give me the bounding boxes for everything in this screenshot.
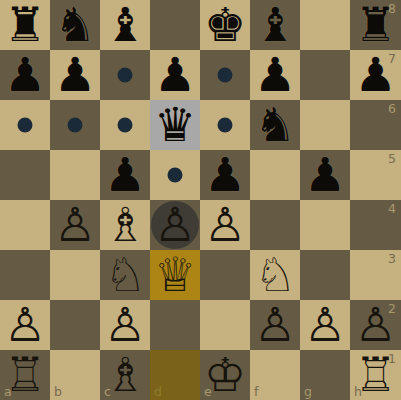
piece-white-pawn[interactable]: ♙ xyxy=(54,200,96,250)
piece-white-queen[interactable]: ♕ xyxy=(154,250,196,300)
rank-label-8: 8 xyxy=(388,3,396,16)
square-a5[interactable] xyxy=(0,150,50,200)
move-hint-dot[interactable] xyxy=(68,118,83,133)
square-h7[interactable]: ♟7 xyxy=(350,50,401,100)
piece-black-queen[interactable]: ♛ xyxy=(154,100,196,150)
piece-white-knight[interactable]: ♘ xyxy=(254,250,296,300)
move-hint-dot[interactable] xyxy=(18,118,33,133)
square-f4[interactable] xyxy=(250,200,300,250)
piece-black-knight[interactable]: ♞ xyxy=(54,0,96,50)
square-d7[interactable]: ♟ xyxy=(150,50,200,100)
square-a8[interactable]: ♜ xyxy=(0,0,50,50)
square-g4[interactable] xyxy=(300,200,350,250)
square-h4[interactable]: 4 xyxy=(350,200,401,250)
square-g7[interactable] xyxy=(300,50,350,100)
file-label-h: h xyxy=(354,386,362,399)
square-c3[interactable]: ♘ xyxy=(100,250,150,300)
rank-label-4: 4 xyxy=(388,203,396,216)
square-d3[interactable]: ♕ xyxy=(150,250,200,300)
square-g8[interactable] xyxy=(300,0,350,50)
square-e2[interactable] xyxy=(200,300,250,350)
piece-black-pawn[interactable]: ♟ xyxy=(54,50,96,100)
square-a7[interactable]: ♟ xyxy=(0,50,50,100)
square-f3[interactable]: ♘ xyxy=(250,250,300,300)
square-e4[interactable]: ♙ xyxy=(200,200,250,250)
square-h1[interactable]: ♖1h xyxy=(350,350,401,400)
square-c7[interactable] xyxy=(100,50,150,100)
file-label-g: g xyxy=(304,386,312,399)
square-a3[interactable] xyxy=(0,250,50,300)
square-b2[interactable] xyxy=(50,300,100,350)
move-hint-dot[interactable] xyxy=(168,168,183,183)
square-c8[interactable]: ♝ xyxy=(100,0,150,50)
piece-white-pawn[interactable]: ♙ xyxy=(154,200,196,250)
square-h5[interactable]: 5 xyxy=(350,150,401,200)
rank-label-2: 2 xyxy=(388,303,396,316)
file-label-d: d xyxy=(154,386,162,399)
piece-black-pawn[interactable]: ♟ xyxy=(304,150,346,200)
square-b6[interactable] xyxy=(50,100,100,150)
square-b7[interactable]: ♟ xyxy=(50,50,100,100)
square-c5[interactable]: ♟ xyxy=(100,150,150,200)
square-f7[interactable]: ♟ xyxy=(250,50,300,100)
file-label-a: a xyxy=(4,386,12,399)
file-label-c: c xyxy=(104,386,111,399)
square-f2[interactable]: ♙ xyxy=(250,300,300,350)
piece-white-pawn[interactable]: ♙ xyxy=(4,300,46,350)
chess-board: ♜♞♝♚♝♜8♟♟♟♟♟7♛♞6♟♟♟5♙♗♙♙4♘♕♘3♙♙♙♙♙2♖ab♗c… xyxy=(0,0,401,400)
square-e6[interactable] xyxy=(200,100,250,150)
file-label-f: f xyxy=(254,386,258,399)
square-h8[interactable]: ♜8 xyxy=(350,0,401,50)
square-h6[interactable]: 6 xyxy=(350,100,401,150)
file-label-b: b xyxy=(54,386,62,399)
square-g3[interactable] xyxy=(300,250,350,300)
square-d4[interactable]: ♙ xyxy=(150,200,200,250)
square-c1[interactable]: ♗c xyxy=(100,350,150,400)
square-e3[interactable] xyxy=(200,250,250,300)
square-h2[interactable]: ♙2 xyxy=(350,300,401,350)
square-b4[interactable]: ♙ xyxy=(50,200,100,250)
piece-black-bishop[interactable]: ♝ xyxy=(104,0,146,50)
piece-black-king[interactable]: ♚ xyxy=(204,0,246,50)
rank-label-6: 6 xyxy=(388,103,396,116)
file-label-e: e xyxy=(204,386,212,399)
piece-black-pawn[interactable]: ♟ xyxy=(204,150,246,200)
square-a4[interactable] xyxy=(0,200,50,250)
square-c2[interactable]: ♙ xyxy=(100,300,150,350)
rank-label-3: 3 xyxy=(388,253,396,266)
move-hint-dot[interactable] xyxy=(118,68,133,83)
piece-white-pawn[interactable]: ♙ xyxy=(304,300,346,350)
move-hint-dot[interactable] xyxy=(218,68,233,83)
piece-black-knight[interactable]: ♞ xyxy=(254,100,296,150)
rank-label-1: 1 xyxy=(388,353,396,366)
square-g1[interactable]: g xyxy=(300,350,350,400)
square-d6[interactable]: ♛ xyxy=(150,100,200,150)
piece-white-pawn[interactable]: ♙ xyxy=(204,200,246,250)
piece-black-rook[interactable]: ♜ xyxy=(4,0,46,50)
square-e1[interactable]: ♔e xyxy=(200,350,250,400)
square-a6[interactable] xyxy=(0,100,50,150)
square-g2[interactable]: ♙ xyxy=(300,300,350,350)
square-d2[interactable] xyxy=(150,300,200,350)
square-h3[interactable]: 3 xyxy=(350,250,401,300)
chess-app: ♜♞♝♚♝♜8♟♟♟♟♟7♛♞6♟♟♟5♙♗♙♙4♘♕♘3♙♙♙♙♙2♖ab♗c… xyxy=(0,0,401,400)
square-g6[interactable] xyxy=(300,100,350,150)
square-c6[interactable] xyxy=(100,100,150,150)
square-d5[interactable] xyxy=(150,150,200,200)
square-f8[interactable]: ♝ xyxy=(250,0,300,50)
square-a1[interactable]: ♖a xyxy=(0,350,50,400)
rank-label-7: 7 xyxy=(388,53,396,66)
piece-black-pawn[interactable]: ♟ xyxy=(154,50,196,100)
rank-label-5: 5 xyxy=(388,153,396,166)
square-e5[interactable]: ♟ xyxy=(200,150,250,200)
piece-black-pawn[interactable]: ♟ xyxy=(254,50,296,100)
square-f5[interactable] xyxy=(250,150,300,200)
square-f6[interactable]: ♞ xyxy=(250,100,300,150)
piece-black-pawn[interactable]: ♟ xyxy=(104,150,146,200)
piece-black-bishop[interactable]: ♝ xyxy=(254,0,296,50)
square-b1[interactable]: b xyxy=(50,350,100,400)
square-a2[interactable]: ♙ xyxy=(0,300,50,350)
piece-white-bishop[interactable]: ♗ xyxy=(104,200,146,250)
piece-white-pawn[interactable]: ♙ xyxy=(104,300,146,350)
square-c4[interactable]: ♗ xyxy=(100,200,150,250)
square-e7[interactable] xyxy=(200,50,250,100)
square-b3[interactable] xyxy=(50,250,100,300)
piece-white-pawn[interactable]: ♙ xyxy=(254,300,296,350)
square-b5[interactable] xyxy=(50,150,100,200)
piece-black-pawn[interactable]: ♟ xyxy=(4,50,46,100)
square-b8[interactable]: ♞ xyxy=(50,0,100,50)
square-e8[interactable]: ♚ xyxy=(200,0,250,50)
move-hint-dot[interactable] xyxy=(218,118,233,133)
move-hint-dot[interactable] xyxy=(118,118,133,133)
square-g5[interactable]: ♟ xyxy=(300,150,350,200)
piece-white-knight[interactable]: ♘ xyxy=(104,250,146,300)
square-d1[interactable]: d xyxy=(150,350,200,400)
square-d8[interactable] xyxy=(150,0,200,50)
square-f1[interactable]: f xyxy=(250,350,300,400)
